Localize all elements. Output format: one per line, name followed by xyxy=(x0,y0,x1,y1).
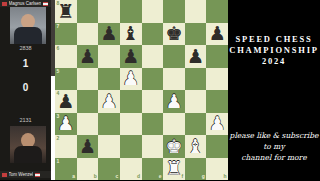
square-b5[interactable] xyxy=(77,68,99,91)
square-e5[interactable] xyxy=(142,68,164,91)
file-label: c xyxy=(116,174,119,179)
square-g8[interactable] xyxy=(185,0,207,23)
event-title-line: CHAMPIONSHIP xyxy=(228,45,320,56)
square-a2[interactable]: 2 xyxy=(55,135,77,158)
square-h5[interactable] xyxy=(206,68,228,91)
rank-label: 1 xyxy=(57,159,60,164)
stream-frame: Magnus Carlsen 2838 1 0 2131 Tom Wenzel … xyxy=(0,0,320,180)
square-d4[interactable] xyxy=(120,90,142,113)
square-c5[interactable] xyxy=(98,68,120,91)
event-title-line: 2024 xyxy=(228,56,320,67)
square-b8[interactable] xyxy=(77,0,99,23)
country-flag-icon xyxy=(35,173,40,177)
square-b1[interactable]: b xyxy=(77,158,99,181)
square-f6[interactable] xyxy=(163,45,185,68)
black-bishop-piece[interactable]: ♝ xyxy=(122,24,139,43)
top-player-score: 1 xyxy=(0,58,51,69)
overlay-panel: SPEED CHESS CHAMPIONSHIP 2024 please lik… xyxy=(228,0,320,180)
top-player-rating: 2838 xyxy=(0,45,51,51)
square-a3[interactable]: 3♟ xyxy=(55,113,77,136)
rank-label: 6 xyxy=(57,46,60,51)
black-pawn-piece[interactable]: ♟ xyxy=(79,46,96,65)
event-title: SPEED CHESS CHAMPIONSHIP 2024 xyxy=(228,34,320,67)
square-f5[interactable] xyxy=(163,68,185,91)
square-e2[interactable] xyxy=(142,135,164,158)
country-flag-icon xyxy=(43,2,48,6)
square-d7[interactable]: ♝ xyxy=(120,23,142,46)
square-h7[interactable]: ♟ xyxy=(206,23,228,46)
subscribe-message-line: please like & subscribe xyxy=(228,131,320,142)
top-player-name: Magnus Carlsen xyxy=(9,1,42,6)
square-c1[interactable]: c xyxy=(98,158,120,181)
square-a8[interactable]: 8♜ xyxy=(55,0,77,23)
subscribe-message-line: channel for more xyxy=(228,153,320,164)
square-a6[interactable]: 6 xyxy=(55,45,77,68)
black-pawn-piece[interactable]: ♟ xyxy=(122,46,139,65)
square-h3[interactable]: ♟ xyxy=(206,113,228,136)
square-e7[interactable] xyxy=(142,23,164,46)
rank-label: 7 xyxy=(57,24,60,29)
square-h6[interactable] xyxy=(206,45,228,68)
file-label: e xyxy=(159,174,162,179)
square-b7[interactable] xyxy=(77,23,99,46)
white-rook-piece[interactable]: ♜ xyxy=(165,159,182,178)
bottom-player-name: Tom Wenzel xyxy=(9,172,34,177)
event-title-line: SPEED CHESS xyxy=(228,34,320,45)
square-c4[interactable]: ♟ xyxy=(98,90,120,113)
square-h2[interactable] xyxy=(206,135,228,158)
square-f3[interactable] xyxy=(163,113,185,136)
square-h1[interactable]: h xyxy=(206,158,228,181)
white-king-piece[interactable]: ♚ xyxy=(165,136,182,155)
square-e3[interactable] xyxy=(142,113,164,136)
square-e1[interactable]: e xyxy=(142,158,164,181)
file-label: h xyxy=(223,174,226,179)
players-panel: Magnus Carlsen 2838 1 0 2131 Tom Wenzel xyxy=(0,0,51,180)
top-player-photo xyxy=(10,7,46,44)
square-c8[interactable] xyxy=(98,0,120,23)
black-pawn-piece[interactable]: ♟ xyxy=(57,91,74,110)
square-b4[interactable] xyxy=(77,90,99,113)
chess-board[interactable]: 8♜7♟♝♚♟6♟♟♟5♟4♟♟♟3♟♟2♟♚♝1abcdef♜gh xyxy=(55,0,228,180)
square-a7[interactable]: 7 xyxy=(55,23,77,46)
subscribe-message-line: to my xyxy=(228,142,320,153)
file-label: a xyxy=(72,174,75,179)
square-h8[interactable] xyxy=(206,0,228,23)
square-a5[interactable]: 5 xyxy=(55,68,77,91)
white-pawn-piece[interactable]: ♟ xyxy=(122,69,139,88)
rank-label: 5 xyxy=(57,69,60,74)
black-pawn-piece[interactable]: ♟ xyxy=(209,24,226,43)
square-g6[interactable]: ♟ xyxy=(185,45,207,68)
square-d3[interactable] xyxy=(120,113,142,136)
bottom-player-photo xyxy=(10,126,46,163)
file-label: g xyxy=(202,174,205,179)
square-c6[interactable] xyxy=(98,45,120,68)
square-d8[interactable] xyxy=(120,0,142,23)
subscribe-message: please like & subscribe to my channel fo… xyxy=(228,131,320,164)
square-a1[interactable]: 1a xyxy=(55,158,77,181)
square-h4[interactable] xyxy=(206,90,228,113)
white-pawn-piece[interactable]: ♟ xyxy=(57,114,74,133)
square-d6[interactable]: ♟ xyxy=(120,45,142,68)
file-label: d xyxy=(137,174,140,179)
square-g1[interactable]: g xyxy=(185,158,207,181)
square-g4[interactable] xyxy=(185,90,207,113)
black-pawn-piece[interactable]: ♟ xyxy=(187,46,204,65)
torso-placeholder xyxy=(14,146,42,163)
file-label: b xyxy=(94,174,97,179)
square-d2[interactable] xyxy=(120,135,142,158)
square-f4[interactable]: ♟ xyxy=(163,90,185,113)
square-e4[interactable] xyxy=(142,90,164,113)
bottom-player-score: 0 xyxy=(0,82,51,93)
white-bishop-piece[interactable]: ♝ xyxy=(187,136,204,155)
square-d5[interactable]: ♟ xyxy=(120,68,142,91)
square-f2[interactable]: ♚ xyxy=(163,135,185,158)
black-pawn-piece[interactable]: ♟ xyxy=(79,136,96,155)
square-f8[interactable] xyxy=(163,0,185,23)
square-b3[interactable] xyxy=(77,113,99,136)
square-g3[interactable] xyxy=(185,113,207,136)
top-player-name-bar: Magnus Carlsen xyxy=(0,0,51,7)
square-g7[interactable] xyxy=(185,23,207,46)
square-c3[interactable] xyxy=(98,113,120,136)
square-e8[interactable] xyxy=(142,0,164,23)
bottom-player-rating: 2131 xyxy=(0,117,51,123)
square-b6[interactable]: ♟ xyxy=(77,45,99,68)
title-badge xyxy=(2,173,7,177)
black-king-piece[interactable]: ♚ xyxy=(165,24,182,43)
white-pawn-piece[interactable]: ♟ xyxy=(101,91,118,110)
square-a4[interactable]: 4♟ xyxy=(55,90,77,113)
square-c2[interactable] xyxy=(98,135,120,158)
white-pawn-piece[interactable]: ♟ xyxy=(165,91,182,110)
square-g5[interactable] xyxy=(185,68,207,91)
square-g2[interactable]: ♝ xyxy=(185,135,207,158)
rank-label: 2 xyxy=(57,136,60,141)
square-f7[interactable]: ♚ xyxy=(163,23,185,46)
black-pawn-piece[interactable]: ♟ xyxy=(101,24,118,43)
square-f1[interactable]: f♜ xyxy=(163,158,185,181)
square-b2[interactable]: ♟ xyxy=(77,135,99,158)
square-e6[interactable] xyxy=(142,45,164,68)
square-c7[interactable]: ♟ xyxy=(98,23,120,46)
bottom-player-name-bar: Tom Wenzel xyxy=(0,171,51,178)
torso-placeholder xyxy=(14,27,42,44)
black-rook-piece[interactable]: ♜ xyxy=(57,1,74,20)
gm-title-badge xyxy=(2,2,7,6)
white-pawn-piece[interactable]: ♟ xyxy=(209,114,226,133)
square-d1[interactable]: d xyxy=(120,158,142,181)
